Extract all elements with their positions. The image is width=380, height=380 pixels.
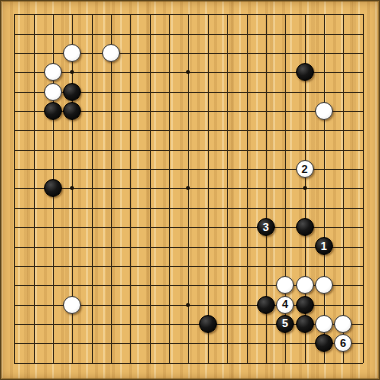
go-board[interactable]: 246315	[0, 0, 380, 380]
stone-white-move-4[interactable]: 4	[276, 296, 294, 314]
stone-black[interactable]	[296, 296, 314, 314]
star-point	[186, 186, 190, 190]
grid-line-horizontal	[14, 130, 362, 131]
move-number-label: 6	[340, 337, 346, 348]
grid-line-horizontal	[14, 343, 362, 344]
grid-line-vertical	[150, 14, 151, 362]
stone-black[interactable]	[199, 315, 217, 333]
star-point	[186, 303, 190, 307]
grid-line-vertical	[247, 14, 248, 362]
star-point	[70, 70, 74, 74]
grid-line-horizontal	[14, 266, 362, 267]
stone-black[interactable]	[44, 179, 62, 197]
move-number-label: 4	[282, 299, 288, 310]
star-point	[70, 186, 74, 190]
stone-white[interactable]	[315, 102, 333, 120]
stone-white-move-6[interactable]: 6	[334, 334, 352, 352]
stone-white[interactable]	[63, 44, 81, 62]
stone-white[interactable]	[315, 315, 333, 333]
stone-white[interactable]	[44, 83, 62, 101]
grid-line-vertical	[169, 14, 170, 362]
stone-black[interactable]	[296, 315, 314, 333]
grid-line-vertical	[130, 14, 131, 362]
stone-black[interactable]	[315, 334, 333, 352]
stone-white[interactable]	[102, 44, 120, 62]
move-number-label: 2	[301, 163, 307, 174]
grid-line-horizontal	[14, 247, 362, 248]
stone-white[interactable]	[63, 296, 81, 314]
move-number-label: 1	[321, 240, 327, 251]
grid-line-vertical	[208, 14, 209, 362]
grid-line-vertical	[111, 14, 112, 362]
grid-line-horizontal	[14, 34, 362, 35]
grid-line-horizontal	[14, 14, 362, 15]
grid-line-vertical	[14, 14, 15, 362]
stone-black-move-3[interactable]: 3	[257, 218, 275, 236]
grid-line-vertical	[227, 14, 228, 362]
stone-black[interactable]	[257, 296, 275, 314]
stone-white-move-2[interactable]: 2	[296, 160, 314, 178]
move-number-label: 3	[263, 221, 269, 232]
grid-line-horizontal	[14, 208, 362, 209]
grid-line-vertical	[92, 14, 93, 362]
board-grid: 246315	[5, 5, 372, 372]
star-point	[186, 70, 190, 74]
stone-black-move-5[interactable]: 5	[276, 315, 294, 333]
grid-line-vertical	[363, 14, 364, 362]
move-number-label: 5	[282, 318, 288, 329]
stone-white[interactable]	[334, 315, 352, 333]
grid-line-vertical	[343, 14, 344, 362]
grid-line-horizontal	[14, 363, 362, 364]
stone-white[interactable]	[276, 276, 294, 294]
grid-line-horizontal	[14, 150, 362, 151]
grid-line-vertical	[34, 14, 35, 362]
stone-white[interactable]	[296, 276, 314, 294]
stone-black-move-1[interactable]: 1	[315, 237, 333, 255]
stone-black[interactable]	[63, 102, 81, 120]
stone-black[interactable]	[296, 63, 314, 81]
stone-black[interactable]	[296, 218, 314, 236]
stone-white[interactable]	[315, 276, 333, 294]
stone-black[interactable]	[44, 102, 62, 120]
grid-line-vertical	[324, 14, 325, 362]
stone-black[interactable]	[63, 83, 81, 101]
stone-white[interactable]	[44, 63, 62, 81]
star-point	[303, 186, 307, 190]
